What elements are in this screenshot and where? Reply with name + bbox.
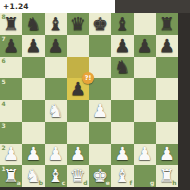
black-king-e8[interactable]: ♚ [89, 13, 111, 35]
square-g7[interactable]: ♟ [134, 35, 156, 57]
square-a7[interactable]: 7♟ [0, 35, 22, 57]
chess-board: 8♜♞♝♛♚♝♜7♟♟♟♟♟♟6♞5♟?!4♞♟32♟♟♟♟♟♟♟1a♜b♞c♝… [0, 13, 178, 187]
square-f8[interactable]: ♝ [111, 13, 133, 35]
rank-label-3: 3 [2, 123, 6, 129]
black-pawn-f7[interactable]: ♟ [111, 35, 133, 57]
square-b6[interactable] [22, 57, 44, 79]
square-c6[interactable] [45, 57, 67, 79]
square-b7[interactable]: ♟ [22, 35, 44, 57]
square-f2[interactable]: ♟ [111, 144, 133, 166]
square-g4[interactable] [134, 100, 156, 122]
square-b8[interactable]: ♞ [22, 13, 44, 35]
black-bishop-f8[interactable]: ♝ [111, 13, 133, 35]
square-c7[interactable]: ♟ [45, 35, 67, 57]
square-d7[interactable] [67, 35, 89, 57]
square-f1[interactable]: f♝ [111, 165, 133, 187]
white-knight-b1[interactable]: ♞ [22, 165, 44, 187]
rank-label-5: 5 [2, 79, 6, 85]
black-queen-d8[interactable]: ♛ [67, 13, 89, 35]
square-b4[interactable] [22, 100, 44, 122]
white-bishop-f1[interactable]: ♝ [111, 165, 133, 187]
rank-label-6: 6 [2, 58, 6, 64]
square-a1[interactable]: 1a♜ [0, 165, 22, 187]
square-a6[interactable]: 6 [0, 57, 22, 79]
square-f4[interactable] [111, 100, 133, 122]
black-pawn-h7[interactable]: ♟ [156, 35, 178, 57]
black-pawn-b7[interactable]: ♟ [22, 35, 44, 57]
square-f7[interactable]: ♟ [111, 35, 133, 57]
chess-analysis-page: +1.24 8♜♞♝♛♚♝♜7♟♟♟♟♟♟6♞5♟?!4♞♟32♟♟♟♟♟♟♟1… [0, 0, 190, 190]
white-pawn-d2[interactable]: ♟ [67, 144, 89, 166]
square-f3[interactable] [111, 122, 133, 144]
square-a2[interactable]: 2♟ [0, 144, 22, 166]
square-g2[interactable]: ♟ [134, 144, 156, 166]
square-e4[interactable]: ♟ [89, 100, 111, 122]
square-h7[interactable]: ♟ [156, 35, 178, 57]
black-knight-f6[interactable]: ♞ [111, 57, 133, 79]
square-a3[interactable]: 3 [0, 122, 22, 144]
square-b1[interactable]: b♞ [22, 165, 44, 187]
square-c1[interactable]: c♝ [45, 165, 67, 187]
square-g1[interactable]: g [134, 165, 156, 187]
square-a4[interactable]: 4 [0, 100, 22, 122]
square-f6[interactable]: ♞ [111, 57, 133, 79]
square-h3[interactable] [156, 122, 178, 144]
black-pawn-g7[interactable]: ♟ [134, 35, 156, 57]
square-d3[interactable] [67, 122, 89, 144]
white-pawn-b2[interactable]: ♟ [22, 144, 44, 166]
square-h6[interactable] [156, 57, 178, 79]
square-e7[interactable] [89, 35, 111, 57]
white-queen-d1[interactable]: ♛ [67, 165, 89, 187]
square-c3[interactable] [45, 122, 67, 144]
square-e2[interactable] [89, 144, 111, 166]
square-d2[interactable]: ♟ [67, 144, 89, 166]
square-h8[interactable]: ♜ [156, 13, 178, 35]
square-b2[interactable]: ♟ [22, 144, 44, 166]
square-c4[interactable]: ♞ [45, 100, 67, 122]
white-rook-a1[interactable]: ♜ [0, 165, 22, 187]
square-h4[interactable] [156, 100, 178, 122]
square-a8[interactable]: 8♜ [0, 13, 22, 35]
white-pawn-e4[interactable]: ♟ [89, 100, 111, 122]
white-bishop-c1[interactable]: ♝ [45, 165, 67, 187]
white-pawn-c2[interactable]: ♟ [45, 144, 67, 166]
square-c2[interactable]: ♟ [45, 144, 67, 166]
square-a5[interactable]: 5 [0, 78, 22, 100]
square-d1[interactable]: d♛ [67, 165, 89, 187]
square-g3[interactable] [134, 122, 156, 144]
white-knight-c4[interactable]: ♞ [45, 100, 67, 122]
rank-label-4: 4 [2, 101, 6, 107]
black-rook-h8[interactable]: ♜ [156, 13, 178, 35]
square-h2[interactable]: ♟ [156, 144, 178, 166]
white-king-e1[interactable]: ♚ [89, 165, 111, 187]
square-d5[interactable]: ♟?! [67, 78, 89, 100]
square-b5[interactable] [22, 78, 44, 100]
square-g8[interactable] [134, 13, 156, 35]
black-knight-b8[interactable]: ♞ [22, 13, 44, 35]
white-pawn-f2[interactable]: ♟ [111, 144, 133, 166]
black-bishop-c8[interactable]: ♝ [45, 13, 67, 35]
square-c8[interactable]: ♝ [45, 13, 67, 35]
evaluation-score: +1.24 [0, 0, 29, 13]
square-h5[interactable] [156, 78, 178, 100]
square-g6[interactable] [134, 57, 156, 79]
square-g5[interactable] [134, 78, 156, 100]
square-e1[interactable]: e♚ [89, 165, 111, 187]
black-pawn-c7[interactable]: ♟ [45, 35, 67, 57]
square-e8[interactable]: ♚ [89, 13, 111, 35]
white-rook-h1[interactable]: ♜ [156, 165, 178, 187]
evaluation-bar: +1.24 [0, 0, 190, 13]
file-label-g: g [150, 180, 154, 186]
white-pawn-g2[interactable]: ♟ [134, 144, 156, 166]
square-d8[interactable]: ♛ [67, 13, 89, 35]
square-f5[interactable] [111, 78, 133, 100]
square-d4[interactable] [67, 100, 89, 122]
square-h1[interactable]: h♜ [156, 165, 178, 187]
white-pawn-h2[interactable]: ♟ [156, 144, 178, 166]
black-rook-a8[interactable]: ♜ [0, 13, 22, 35]
black-pawn-a7[interactable]: ♟ [0, 35, 22, 57]
square-b3[interactable] [22, 122, 44, 144]
evaluation-bar-white-segment: +1.24 [0, 0, 115, 13]
square-c5[interactable] [45, 78, 67, 100]
white-pawn-a2[interactable]: ♟ [0, 144, 22, 166]
square-e3[interactable] [89, 122, 111, 144]
